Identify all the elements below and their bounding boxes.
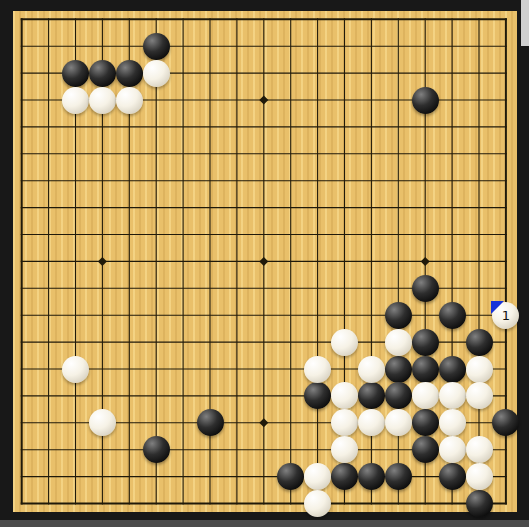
white-stone[interactable] [304, 463, 331, 490]
white-stone[interactable] [62, 356, 89, 383]
black-stone[interactable] [197, 409, 224, 436]
white-stone[interactable] [331, 382, 358, 409]
scrollbar-thumb[interactable] [521, 0, 529, 46]
black-stone[interactable] [492, 409, 519, 436]
black-stone[interactable] [143, 33, 170, 60]
white-stone[interactable] [331, 329, 358, 356]
white-stone[interactable] [439, 382, 466, 409]
white-stone[interactable] [439, 409, 466, 436]
white-stone[interactable]: 1 [492, 302, 519, 329]
white-stone[interactable] [358, 409, 385, 436]
white-stone[interactable] [358, 356, 385, 383]
white-stone[interactable] [143, 60, 170, 87]
white-stone[interactable] [89, 87, 116, 114]
black-stone[interactable] [89, 60, 116, 87]
black-stone[interactable] [412, 409, 439, 436]
black-stone[interactable] [412, 436, 439, 463]
go-board[interactable]: 1 [0, 0, 529, 527]
white-stone[interactable] [331, 436, 358, 463]
black-stone[interactable] [439, 463, 466, 490]
white-stone[interactable] [116, 87, 143, 114]
white-stone[interactable] [412, 382, 439, 409]
white-stone[interactable] [385, 409, 412, 436]
go-app-window: 1 [0, 0, 529, 527]
black-stone[interactable] [412, 329, 439, 356]
white-stone[interactable] [385, 329, 412, 356]
white-stone[interactable] [466, 436, 493, 463]
black-stone[interactable] [385, 356, 412, 383]
white-stone[interactable] [89, 409, 116, 436]
black-stone[interactable] [62, 60, 89, 87]
black-stone[interactable] [385, 463, 412, 490]
black-stone[interactable] [466, 329, 493, 356]
black-stone[interactable] [412, 356, 439, 383]
white-stone[interactable] [331, 409, 358, 436]
white-stone[interactable] [62, 87, 89, 114]
black-stone[interactable] [358, 382, 385, 409]
black-stone[interactable] [412, 87, 439, 114]
black-stone[interactable] [412, 275, 439, 302]
black-stone[interactable] [143, 436, 170, 463]
white-stone[interactable] [466, 356, 493, 383]
black-stone[interactable] [385, 382, 412, 409]
black-stone[interactable] [466, 490, 493, 517]
black-stone[interactable] [358, 463, 385, 490]
white-stone[interactable] [466, 382, 493, 409]
black-stone[interactable] [439, 302, 466, 329]
black-stone[interactable] [439, 356, 466, 383]
white-stone[interactable] [304, 356, 331, 383]
move-number-label: 1 [492, 302, 519, 329]
black-stone[interactable] [304, 382, 331, 409]
white-stone[interactable] [304, 490, 331, 517]
black-stone[interactable] [277, 463, 304, 490]
black-stone[interactable] [331, 463, 358, 490]
black-stone[interactable] [385, 302, 412, 329]
black-stone[interactable] [116, 60, 143, 87]
white-stone[interactable] [439, 436, 466, 463]
white-stone[interactable] [466, 463, 493, 490]
window-bottom-edge [0, 520, 529, 527]
